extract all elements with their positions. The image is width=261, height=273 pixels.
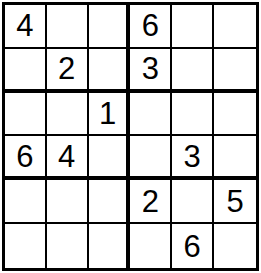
cell-r1c6[interactable] [214,5,256,49]
cell-r1c4[interactable]: 6 [130,5,172,49]
cell-r4c4[interactable] [130,136,172,180]
cell-r2c1[interactable] [5,49,47,93]
cell-r5c1[interactable] [5,180,47,224]
cell-r1c1[interactable]: 4 [5,5,47,49]
cell-r5c5[interactable] [172,180,214,224]
cell-r6c2[interactable] [47,224,89,268]
cell-r5c6[interactable]: 5 [214,180,256,224]
cell-r1c5[interactable] [172,5,214,49]
cell-r6c3[interactable] [89,224,131,268]
cell-r5c4[interactable]: 2 [130,180,172,224]
cell-r4c3[interactable] [89,136,131,180]
cell-r6c4[interactable] [130,224,172,268]
cell-r4c1[interactable]: 6 [5,136,47,180]
cell-r2c5[interactable] [172,49,214,93]
cell-r4c6[interactable] [214,136,256,180]
cell-r3c2[interactable] [47,93,89,137]
cell-r6c5[interactable]: 6 [172,224,214,268]
cell-r3c6[interactable] [214,93,256,137]
cell-r3c4[interactable] [130,93,172,137]
cell-r3c1[interactable] [5,93,47,137]
cell-r1c3[interactable] [89,5,131,49]
cell-r2c4[interactable]: 3 [130,49,172,93]
cell-r5c2[interactable] [47,180,89,224]
cell-r1c2[interactable] [47,5,89,49]
cell-r5c3[interactable] [89,180,131,224]
cell-r3c3[interactable]: 1 [89,93,131,137]
sudoku-board: 46231643256 [2,2,259,271]
cell-r4c5[interactable]: 3 [172,136,214,180]
cell-r2c3[interactable] [89,49,131,93]
cell-r6c6[interactable] [214,224,256,268]
cell-r2c6[interactable] [214,49,256,93]
cell-r2c2[interactable]: 2 [47,49,89,93]
cell-r6c1[interactable] [5,224,47,268]
cell-r3c5[interactable] [172,93,214,137]
cell-r4c2[interactable]: 4 [47,136,89,180]
